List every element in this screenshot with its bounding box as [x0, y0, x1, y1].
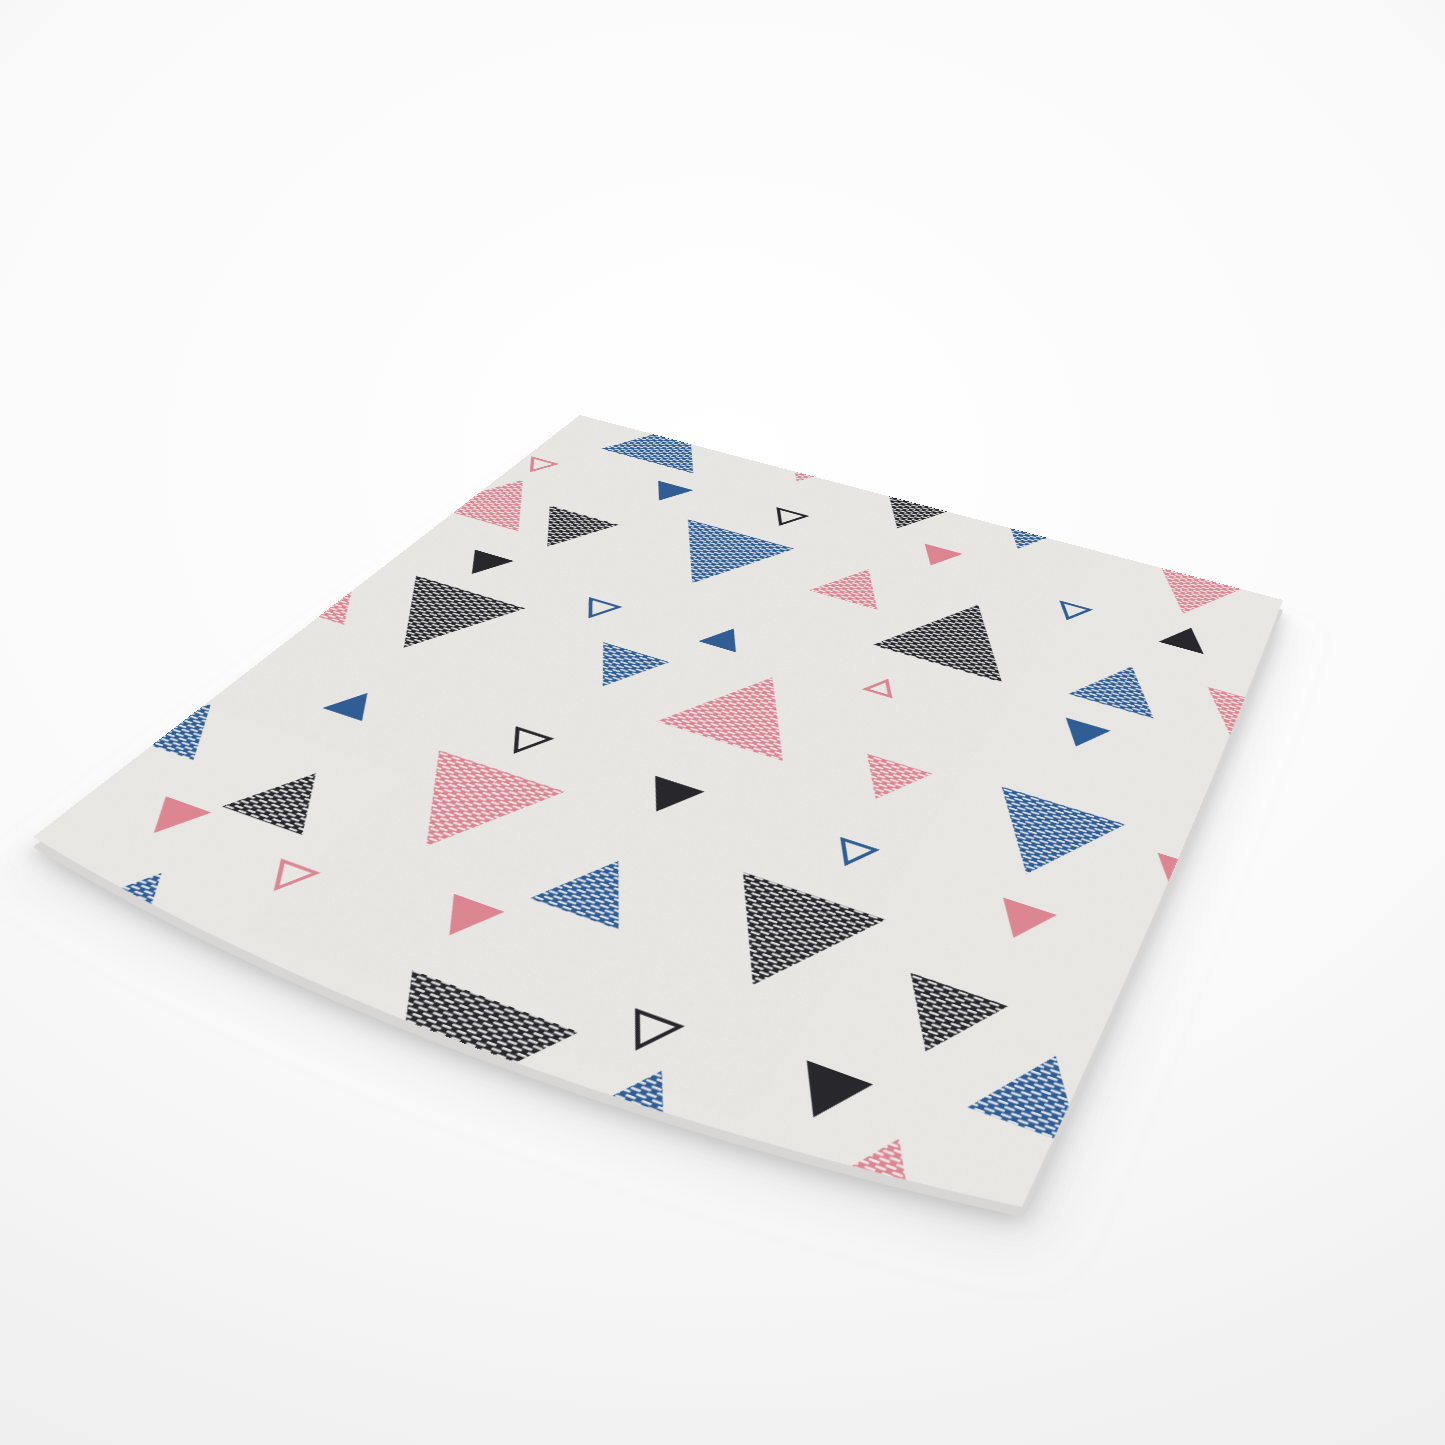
fabric-grain: [0, 410, 1308, 1321]
product-photo: { "scene": { "type": "product mockup pho…: [0, 0, 1445, 1445]
studio-backdrop: [0, 0, 1445, 1445]
rug: [33, 415, 1283, 1207]
